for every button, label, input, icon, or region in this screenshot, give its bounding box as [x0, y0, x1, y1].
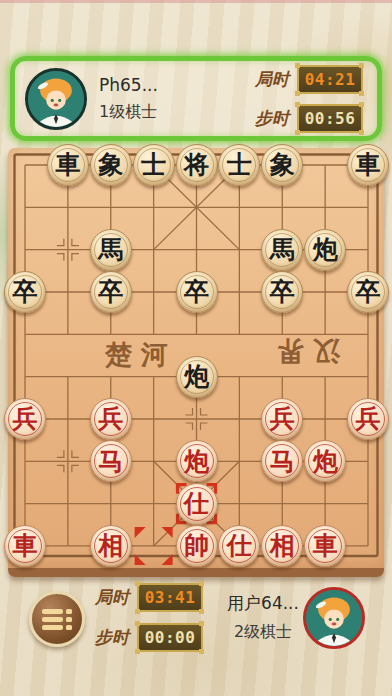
black-soldier-piece[interactable]: 卒	[90, 271, 132, 313]
top-move-time-label: 步时	[255, 107, 289, 130]
piece-label: 車	[13, 533, 38, 558]
red-advisor-piece[interactable]: 仕	[176, 483, 218, 525]
bottom-player-timers: 局时 03:41 步时 00:00	[95, 583, 203, 652]
black-horse-piece[interactable]: 馬	[261, 229, 303, 271]
piece-label: 马	[98, 449, 123, 474]
black-soldier-piece[interactable]: 卒	[176, 271, 218, 313]
black-soldier-piece[interactable]: 卒	[261, 271, 303, 313]
red-cannon-piece[interactable]: 炮	[304, 440, 346, 482]
red-elephant-piece[interactable]: 相	[90, 525, 132, 567]
piece-label: 马	[270, 449, 295, 474]
menu-button[interactable]	[29, 591, 85, 647]
piece-label: 卒	[13, 279, 38, 304]
bottom-player-avatar	[303, 587, 365, 649]
piece-label: 炮	[184, 364, 209, 389]
piece-label: 卒	[356, 279, 381, 304]
piece-label: 卒	[98, 279, 123, 304]
top-game-time-label: 局时	[255, 68, 289, 91]
red-cannon-piece[interactable]: 炮	[176, 440, 218, 482]
xiangqi-board[interactable]: 楚河 汉界 車象士将士象車馬馬炮卒卒卒卒卒炮兵兵兵兵马炮马炮仕車相帥仕相車	[8, 148, 384, 577]
xiangqi-app: Ph65... 1级棋士 局时 04:21 步时 00:56 楚河 汉界 車象士…	[0, 0, 392, 696]
black-horse-piece[interactable]: 馬	[90, 229, 132, 271]
black-cannon-piece[interactable]: 炮	[304, 229, 346, 271]
top-edge-strip	[0, 0, 392, 3]
bottom-player-name: 用户64...	[224, 592, 302, 615]
piece-label: 卒	[184, 279, 209, 304]
avatar-illustration	[306, 590, 362, 646]
piece-label: 卒	[270, 279, 295, 304]
red-soldier-piece[interactable]: 兵	[347, 398, 389, 440]
top-move-time-value: 00:56	[297, 104, 363, 133]
piece-label: 車	[55, 152, 80, 177]
red-soldier-piece[interactable]: 兵	[90, 398, 132, 440]
bottom-game-time-value: 03:41	[137, 583, 203, 612]
piece-label: 兵	[13, 406, 38, 431]
top-player-rank: 1级棋士	[99, 102, 158, 123]
piece-label: 炮	[184, 449, 209, 474]
black-cannon-piece[interactable]: 炮	[176, 356, 218, 398]
piece-label: 仕	[227, 533, 252, 558]
red-general-piece[interactable]: 帥	[176, 525, 218, 567]
bottom-move-timer-row: 步时 00:00	[95, 623, 203, 652]
red-elephant-piece[interactable]: 相	[261, 525, 303, 567]
bottom-game-timer-row: 局时 03:41	[95, 583, 203, 612]
red-horse-piece[interactable]: 马	[90, 440, 132, 482]
bottom-move-time-value: 00:00	[137, 623, 203, 652]
top-player-panel: Ph65... 1级棋士 局时 04:21 步时 00:56	[10, 56, 382, 141]
top-game-timer-row: 局时 04:21	[255, 65, 363, 94]
piece-label: 象	[98, 152, 123, 177]
piece-label: 士	[141, 152, 166, 177]
piece-label: 仕	[184, 491, 209, 516]
top-player-avatar	[25, 68, 87, 130]
piece-label: 車	[313, 533, 338, 558]
black-chariot-piece[interactable]: 車	[347, 144, 389, 186]
top-player-names: Ph65... 1级棋士	[99, 75, 158, 123]
black-advisor-piece[interactable]: 士	[133, 144, 175, 186]
piece-layer: 車象士将士象車馬馬炮卒卒卒卒卒炮兵兵兵兵马炮马炮仕車相帥仕相車	[4, 144, 390, 567]
red-soldier-piece[interactable]: 兵	[4, 398, 46, 440]
red-chariot-piece[interactable]: 車	[304, 525, 346, 567]
piece-label: 炮	[313, 237, 338, 262]
black-elephant-piece[interactable]: 象	[261, 144, 303, 186]
bottom-player-rank: 2级棋士	[224, 622, 302, 643]
piece-label: 将	[184, 152, 209, 177]
black-elephant-piece[interactable]: 象	[90, 144, 132, 186]
bottom-player-info: 用户64... 2级棋士	[224, 592, 302, 643]
piece-label: 兵	[356, 406, 381, 431]
top-player-timers: 局时 04:21 步时 00:56	[255, 65, 367, 133]
avatar-illustration	[28, 71, 84, 127]
black-advisor-piece[interactable]: 士	[218, 144, 260, 186]
red-horse-piece[interactable]: 马	[261, 440, 303, 482]
piece-label: 兵	[270, 406, 295, 431]
top-player-name: Ph65...	[99, 75, 158, 95]
piece-label: 馬	[98, 237, 123, 262]
black-soldier-piece[interactable]: 卒	[4, 271, 46, 313]
piece-label: 車	[356, 152, 381, 177]
piece-label: 炮	[313, 449, 338, 474]
red-chariot-piece[interactable]: 車	[4, 525, 46, 567]
piece-label: 象	[270, 152, 295, 177]
black-soldier-piece[interactable]: 卒	[347, 271, 389, 313]
top-game-time-value: 04:21	[297, 65, 363, 94]
red-advisor-piece[interactable]: 仕	[218, 525, 260, 567]
menu-icon	[42, 609, 72, 630]
bottom-move-time-label: 步时	[95, 626, 129, 649]
piece-label: 馬	[270, 237, 295, 262]
piece-label: 相	[98, 533, 123, 558]
piece-label: 士	[227, 152, 252, 177]
bottom-game-time-label: 局时	[95, 586, 129, 609]
red-soldier-piece[interactable]: 兵	[261, 398, 303, 440]
piece-label: 相	[270, 533, 295, 558]
black-general-piece[interactable]: 将	[176, 144, 218, 186]
piece-label: 兵	[98, 406, 123, 431]
piece-label: 帥	[184, 533, 209, 558]
black-chariot-piece[interactable]: 車	[47, 144, 89, 186]
top-move-timer-row: 步时 00:56	[255, 104, 363, 133]
